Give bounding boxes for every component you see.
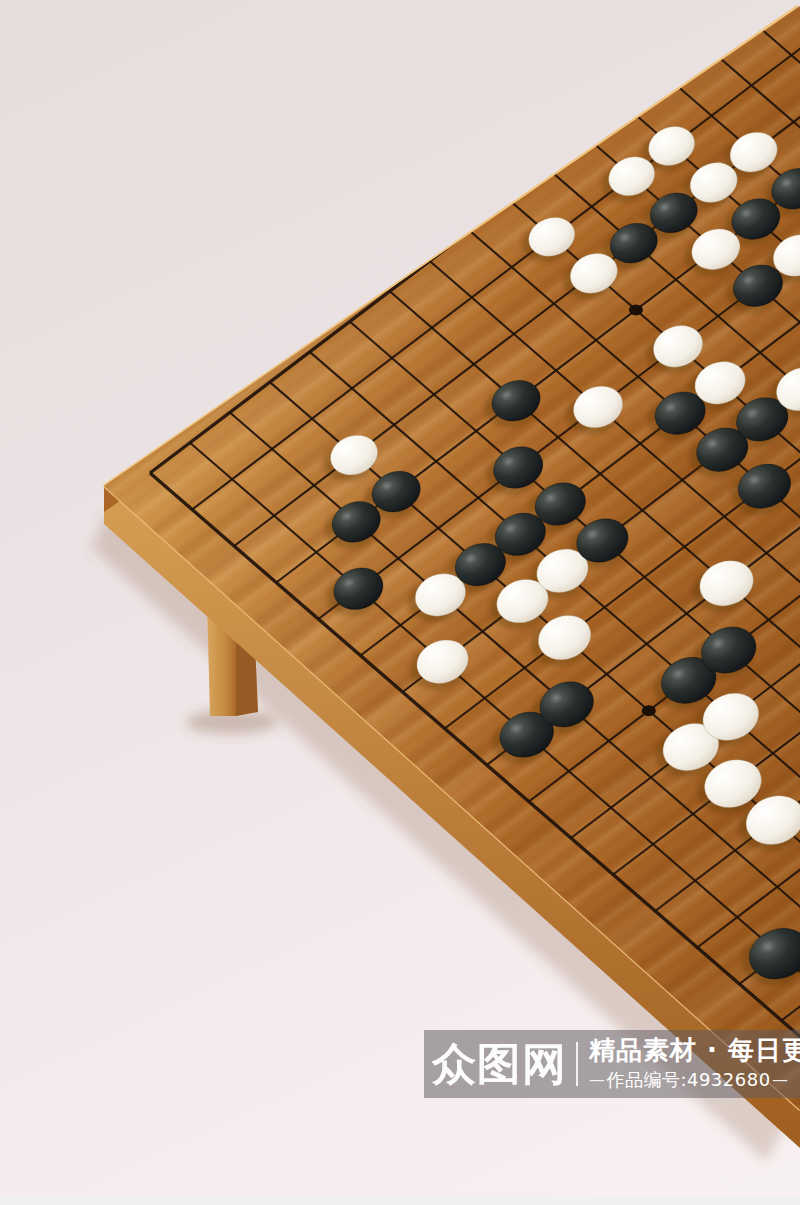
watermark-tagline: 精品素材 · 每日更新 [589, 1036, 788, 1066]
watermark-dash-right: — [772, 1072, 788, 1088]
watermark: 众图网 精品素材 · 每日更新 — 作品编号:4932680 — [424, 1030, 800, 1098]
bottom-strip [0, 1197, 800, 1205]
go-board [0, 0, 800, 1205]
watermark-dash-left: — [589, 1072, 605, 1088]
photo-scene: 众图网 精品素材 · 每日更新 — 作品编号:4932680 — [0, 0, 800, 1205]
watermark-serial-line: — 作品编号:4932680 — [589, 1068, 788, 1092]
watermark-divider [576, 1042, 578, 1086]
watermark-logo: 众图网 [432, 1042, 567, 1086]
watermark-serial: 作品编号:4932680 [606, 1068, 770, 1092]
watermark-text-block: 精品素材 · 每日更新 — 作品编号:4932680 — [589, 1036, 788, 1092]
